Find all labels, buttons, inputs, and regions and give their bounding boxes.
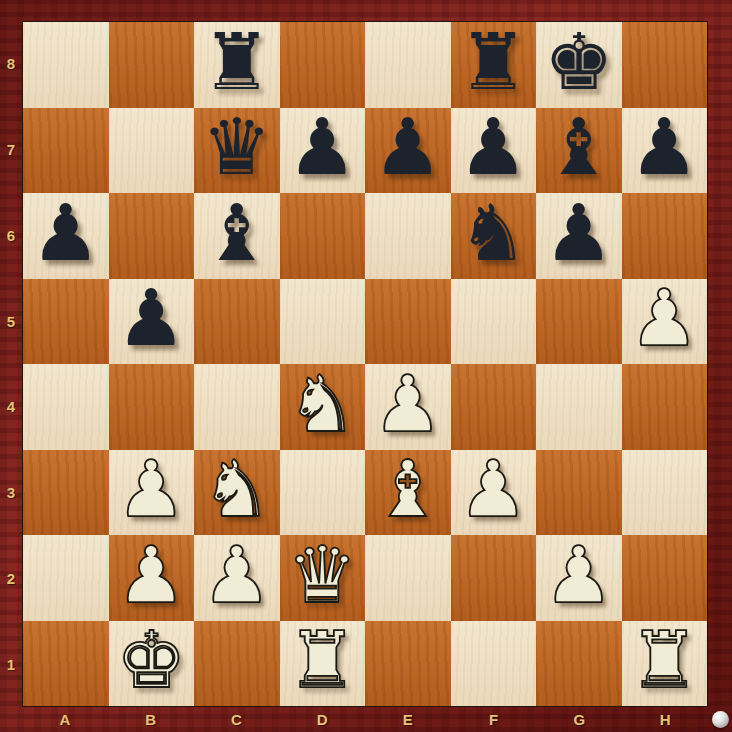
white-king[interactable]: ♚ (116, 621, 186, 699)
square-f6[interactable]: ♞ (451, 193, 537, 279)
square-b4[interactable] (109, 364, 195, 450)
black-pawn[interactable]: ♟ (544, 194, 614, 272)
square-g3[interactable] (536, 450, 622, 536)
rank-label-2: 2 (0, 536, 22, 622)
square-a8[interactable] (23, 22, 109, 108)
black-pawn[interactable]: ♟ (629, 108, 699, 186)
white-rook[interactable]: ♜ (287, 621, 357, 699)
square-d4[interactable]: ♞ (280, 364, 366, 450)
square-f7[interactable]: ♟ (451, 108, 537, 194)
square-b3[interactable]: ♟ (109, 450, 195, 536)
square-g1[interactable] (536, 621, 622, 707)
square-a4[interactable] (23, 364, 109, 450)
white-pawn[interactable]: ♟ (458, 450, 528, 528)
square-h4[interactable] (622, 364, 708, 450)
file-label-h: H (622, 707, 708, 732)
square-e2[interactable] (365, 535, 451, 621)
square-a3[interactable] (23, 450, 109, 536)
square-e8[interactable] (365, 22, 451, 108)
square-e3[interactable]: ♝ (365, 450, 451, 536)
file-label-e: E (365, 707, 451, 732)
square-b8[interactable] (109, 22, 195, 108)
square-d5[interactable] (280, 279, 366, 365)
square-d2[interactable]: ♛ (280, 535, 366, 621)
rank-label-7: 7 (0, 107, 22, 193)
square-e7[interactable]: ♟ (365, 108, 451, 194)
square-f4[interactable] (451, 364, 537, 450)
white-pawn[interactable]: ♟ (544, 536, 614, 614)
rank-label-5: 5 (0, 278, 22, 364)
file-label-c: C (194, 707, 280, 732)
square-g5[interactable] (536, 279, 622, 365)
white-queen[interactable]: ♛ (287, 536, 357, 614)
file-label-a: A (22, 707, 108, 732)
square-a5[interactable] (23, 279, 109, 365)
square-c1[interactable] (194, 621, 280, 707)
square-c2[interactable]: ♟ (194, 535, 280, 621)
rank-label-3: 3 (0, 450, 22, 536)
square-c7[interactable]: ♛ (194, 108, 280, 194)
square-a1[interactable] (23, 621, 109, 707)
square-f2[interactable] (451, 535, 537, 621)
square-e1[interactable] (365, 621, 451, 707)
file-label-b: B (108, 707, 194, 732)
square-e4[interactable]: ♟ (365, 364, 451, 450)
square-f1[interactable] (451, 621, 537, 707)
square-a7[interactable] (23, 108, 109, 194)
chessboard-frame: 87654321 ABCDEFGH ♜♜♚♛♟♟♟♝♟♟♝♞♟♟♟♞♟♟♞♝♟♟… (0, 0, 732, 732)
black-pawn[interactable]: ♟ (373, 108, 443, 186)
rank-label-4: 4 (0, 364, 22, 450)
file-label-g: G (537, 707, 623, 732)
square-h7[interactable]: ♟ (622, 108, 708, 194)
black-pawn[interactable]: ♟ (116, 279, 186, 357)
square-a6[interactable]: ♟ (23, 193, 109, 279)
square-h5[interactable]: ♟ (622, 279, 708, 365)
black-knight[interactable]: ♞ (458, 194, 528, 272)
square-b7[interactable] (109, 108, 195, 194)
square-f3[interactable]: ♟ (451, 450, 537, 536)
rank-label-6: 6 (0, 193, 22, 279)
white-pawn[interactable]: ♟ (629, 279, 699, 357)
square-h8[interactable] (622, 22, 708, 108)
square-f8[interactable]: ♜ (451, 22, 537, 108)
black-bishop[interactable]: ♝ (202, 194, 272, 272)
board: ♜♜♚♛♟♟♟♝♟♟♝♞♟♟♟♞♟♟♞♝♟♟♟♛♟♚♜♜ (22, 21, 708, 707)
square-c4[interactable] (194, 364, 280, 450)
square-g2[interactable]: ♟ (536, 535, 622, 621)
black-pawn[interactable]: ♟ (31, 194, 101, 272)
square-d6[interactable] (280, 193, 366, 279)
file-label-f: F (451, 707, 537, 732)
white-knight[interactable]: ♞ (287, 365, 357, 443)
square-h6[interactable] (622, 193, 708, 279)
square-g8[interactable]: ♚ (536, 22, 622, 108)
square-g4[interactable] (536, 364, 622, 450)
file-label-d: D (279, 707, 365, 732)
white-pawn[interactable]: ♟ (373, 365, 443, 443)
square-d7[interactable]: ♟ (280, 108, 366, 194)
square-b6[interactable] (109, 193, 195, 279)
square-d8[interactable] (280, 22, 366, 108)
square-b2[interactable]: ♟ (109, 535, 195, 621)
square-f5[interactable] (451, 279, 537, 365)
white-pawn[interactable]: ♟ (202, 536, 272, 614)
black-pawn[interactable]: ♟ (287, 108, 357, 186)
white-bishop[interactable]: ♝ (373, 450, 443, 528)
black-king[interactable]: ♚ (544, 23, 614, 101)
square-h2[interactable] (622, 535, 708, 621)
square-g7[interactable]: ♝ (536, 108, 622, 194)
square-c5[interactable] (194, 279, 280, 365)
black-queen[interactable]: ♛ (202, 108, 272, 186)
white-rook[interactable]: ♜ (629, 621, 699, 699)
rank-label-1: 1 (0, 621, 22, 707)
rank-labels: 87654321 (0, 21, 22, 707)
square-c6[interactable]: ♝ (194, 193, 280, 279)
black-pawn[interactable]: ♟ (458, 108, 528, 186)
square-b5[interactable]: ♟ (109, 279, 195, 365)
square-a2[interactable] (23, 535, 109, 621)
square-d1[interactable]: ♜ (280, 621, 366, 707)
square-g6[interactable]: ♟ (536, 193, 622, 279)
white-knight[interactable]: ♞ (202, 450, 272, 528)
square-h3[interactable] (622, 450, 708, 536)
rank-label-8: 8 (0, 21, 22, 107)
black-bishop[interactable]: ♝ (544, 108, 614, 186)
square-e6[interactable] (365, 193, 451, 279)
square-c8[interactable]: ♜ (194, 22, 280, 108)
square-d3[interactable] (280, 450, 366, 536)
square-h1[interactable]: ♜ (622, 621, 708, 707)
square-e5[interactable] (365, 279, 451, 365)
black-rook[interactable]: ♜ (202, 23, 272, 101)
square-b1[interactable]: ♚ (109, 621, 195, 707)
white-pawn[interactable]: ♟ (116, 536, 186, 614)
black-rook[interactable]: ♜ (458, 23, 528, 101)
square-c3[interactable]: ♞ (194, 450, 280, 536)
white-to-move-indicator (712, 711, 729, 728)
white-pawn[interactable]: ♟ (116, 450, 186, 528)
file-labels: ABCDEFGH (22, 707, 708, 732)
